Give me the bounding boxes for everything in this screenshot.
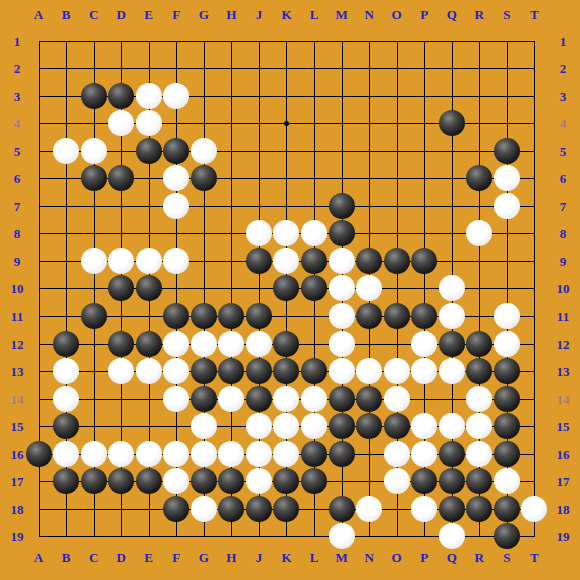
col-label-top-B: B bbox=[62, 8, 71, 21]
stone-white-P18[interactable] bbox=[411, 496, 437, 522]
col-label-bottom-J: J bbox=[256, 551, 263, 564]
row-label-left-15: 15 bbox=[11, 420, 24, 433]
stone-black-K10[interactable] bbox=[273, 275, 299, 301]
stone-black-B17[interactable] bbox=[53, 468, 79, 494]
stone-black-R6[interactable] bbox=[466, 165, 492, 191]
stone-black-K18[interactable] bbox=[273, 496, 299, 522]
row-label-right-3: 3 bbox=[560, 89, 567, 102]
stone-black-L9[interactable] bbox=[301, 248, 327, 274]
col-label-top-Q: Q bbox=[447, 8, 457, 21]
stone-black-L17[interactable] bbox=[301, 468, 327, 494]
col-label-bottom-D: D bbox=[116, 551, 125, 564]
stone-black-C11[interactable] bbox=[81, 303, 107, 329]
row-label-right-2: 2 bbox=[560, 62, 567, 75]
stone-black-H17[interactable] bbox=[218, 468, 244, 494]
stone-black-J9[interactable] bbox=[246, 248, 272, 274]
stone-white-B5[interactable] bbox=[53, 138, 79, 164]
stone-black-D10[interactable] bbox=[108, 275, 134, 301]
col-label-top-P: P bbox=[420, 8, 428, 21]
stone-white-O17[interactable] bbox=[384, 468, 410, 494]
stone-black-J18[interactable] bbox=[246, 496, 272, 522]
stone-black-M7[interactable] bbox=[329, 193, 355, 219]
row-label-left-3: 3 bbox=[14, 89, 21, 102]
stone-white-F7[interactable] bbox=[163, 193, 189, 219]
stone-black-G17[interactable] bbox=[191, 468, 217, 494]
stone-black-K12[interactable] bbox=[273, 331, 299, 357]
col-label-bottom-L: L bbox=[310, 551, 319, 564]
stone-black-E5[interactable] bbox=[136, 138, 162, 164]
col-label-bottom-M: M bbox=[335, 551, 347, 564]
stone-black-N11[interactable] bbox=[356, 303, 382, 329]
stone-black-M18[interactable] bbox=[329, 496, 355, 522]
stone-white-H12[interactable] bbox=[218, 331, 244, 357]
stone-black-H18[interactable] bbox=[218, 496, 244, 522]
stone-white-P15[interactable] bbox=[411, 413, 437, 439]
stone-white-D16[interactable] bbox=[108, 441, 134, 467]
stone-black-J14[interactable] bbox=[246, 386, 272, 412]
star-point-K4 bbox=[284, 121, 289, 126]
stone-black-D12[interactable] bbox=[108, 331, 134, 357]
stone-white-G18[interactable] bbox=[191, 496, 217, 522]
stone-black-S18[interactable] bbox=[494, 496, 520, 522]
row-label-left-5: 5 bbox=[14, 144, 21, 157]
stone-white-L14[interactable] bbox=[301, 386, 327, 412]
stone-black-B12[interactable] bbox=[53, 331, 79, 357]
col-label-bottom-H: H bbox=[226, 551, 236, 564]
row-label-left-6: 6 bbox=[14, 172, 21, 185]
stone-black-G6[interactable] bbox=[191, 165, 217, 191]
col-label-bottom-T: T bbox=[530, 551, 539, 564]
col-label-top-M: M bbox=[335, 8, 347, 21]
row-label-right-8: 8 bbox=[560, 227, 567, 240]
stone-black-O15[interactable] bbox=[384, 413, 410, 439]
stone-white-L15[interactable] bbox=[301, 413, 327, 439]
stone-white-K16[interactable] bbox=[273, 441, 299, 467]
col-label-bottom-B: B bbox=[62, 551, 71, 564]
row-label-left-16: 16 bbox=[11, 447, 24, 460]
stone-black-L13[interactable] bbox=[301, 358, 327, 384]
stone-black-C3[interactable] bbox=[81, 83, 107, 109]
col-label-top-G: G bbox=[199, 8, 209, 21]
stone-white-S7[interactable] bbox=[494, 193, 520, 219]
stone-black-P9[interactable] bbox=[411, 248, 437, 274]
col-label-bottom-C: C bbox=[89, 551, 98, 564]
col-label-bottom-O: O bbox=[392, 551, 402, 564]
row-label-right-7: 7 bbox=[560, 199, 567, 212]
col-label-bottom-F: F bbox=[172, 551, 180, 564]
row-label-left-9: 9 bbox=[14, 254, 21, 267]
stone-black-C6[interactable] bbox=[81, 165, 107, 191]
stone-white-D13[interactable] bbox=[108, 358, 134, 384]
stone-black-S15[interactable] bbox=[494, 413, 520, 439]
col-label-bottom-K: K bbox=[281, 551, 291, 564]
stone-black-P11[interactable] bbox=[411, 303, 437, 329]
stone-white-P12[interactable] bbox=[411, 331, 437, 357]
stone-white-F16[interactable] bbox=[163, 441, 189, 467]
stone-white-T18[interactable] bbox=[521, 496, 547, 522]
stone-white-B13[interactable] bbox=[53, 358, 79, 384]
row-label-left-14: 14 bbox=[11, 392, 24, 405]
stone-white-F9[interactable] bbox=[163, 248, 189, 274]
stone-white-G12[interactable] bbox=[191, 331, 217, 357]
stone-black-F11[interactable] bbox=[163, 303, 189, 329]
stone-black-F5[interactable] bbox=[163, 138, 189, 164]
stone-black-A16[interactable] bbox=[26, 441, 52, 467]
stone-black-C17[interactable] bbox=[81, 468, 107, 494]
stone-white-M13[interactable] bbox=[329, 358, 355, 384]
stone-white-F13[interactable] bbox=[163, 358, 189, 384]
row-label-right-12: 12 bbox=[557, 337, 570, 350]
stone-black-Q12[interactable] bbox=[439, 331, 465, 357]
row-label-right-4: 4 bbox=[560, 117, 567, 130]
stone-white-L8[interactable] bbox=[301, 220, 327, 246]
col-label-top-D: D bbox=[116, 8, 125, 21]
col-label-top-O: O bbox=[392, 8, 402, 21]
col-label-top-F: F bbox=[172, 8, 180, 21]
stone-white-K9[interactable] bbox=[273, 248, 299, 274]
col-label-bottom-E: E bbox=[144, 551, 153, 564]
stone-white-J12[interactable] bbox=[246, 331, 272, 357]
row-label-right-9: 9 bbox=[560, 254, 567, 267]
col-label-top-N: N bbox=[364, 8, 373, 21]
col-label-top-C: C bbox=[89, 8, 98, 21]
stone-black-L10[interactable] bbox=[301, 275, 327, 301]
stone-black-H11[interactable] bbox=[218, 303, 244, 329]
row-label-left-8: 8 bbox=[14, 227, 21, 240]
row-label-right-11: 11 bbox=[557, 310, 569, 323]
row-label-left-17: 17 bbox=[11, 475, 24, 488]
stone-black-O11[interactable] bbox=[384, 303, 410, 329]
col-label-bottom-R: R bbox=[475, 551, 484, 564]
row-label-left-18: 18 bbox=[11, 502, 24, 515]
col-label-bottom-Q: Q bbox=[447, 551, 457, 564]
stone-white-C16[interactable] bbox=[81, 441, 107, 467]
col-label-bottom-S: S bbox=[503, 551, 510, 564]
stone-white-E13[interactable] bbox=[136, 358, 162, 384]
stone-white-R14[interactable] bbox=[466, 386, 492, 412]
col-label-top-K: K bbox=[281, 8, 291, 21]
stone-white-F6[interactable] bbox=[163, 165, 189, 191]
stone-white-S12[interactable] bbox=[494, 331, 520, 357]
col-label-top-J: J bbox=[256, 8, 263, 21]
row-label-right-14: 14 bbox=[557, 392, 570, 405]
stone-white-M11[interactable] bbox=[329, 303, 355, 329]
stone-black-N9[interactable] bbox=[356, 248, 382, 274]
stone-white-M10[interactable] bbox=[329, 275, 355, 301]
stone-black-R12[interactable] bbox=[466, 331, 492, 357]
stone-black-P17[interactable] bbox=[411, 468, 437, 494]
row-label-right-1: 1 bbox=[560, 34, 567, 47]
stone-white-H14[interactable] bbox=[218, 386, 244, 412]
stone-white-J15[interactable] bbox=[246, 413, 272, 439]
stone-white-G15[interactable] bbox=[191, 413, 217, 439]
stone-black-E12[interactable] bbox=[136, 331, 162, 357]
stone-white-J16[interactable] bbox=[246, 441, 272, 467]
stone-white-G5[interactable] bbox=[191, 138, 217, 164]
stone-white-G16[interactable] bbox=[191, 441, 217, 467]
stone-white-P13[interactable] bbox=[411, 358, 437, 384]
row-label-right-10: 10 bbox=[557, 282, 570, 295]
stone-black-S16[interactable] bbox=[494, 441, 520, 467]
row-label-right-5: 5 bbox=[560, 144, 567, 157]
stone-white-P16[interactable] bbox=[411, 441, 437, 467]
row-label-right-19: 19 bbox=[557, 530, 570, 543]
stone-white-R16[interactable] bbox=[466, 441, 492, 467]
col-label-top-S: S bbox=[503, 8, 510, 21]
row-label-left-4: 4 bbox=[14, 117, 21, 130]
stone-white-B16[interactable] bbox=[53, 441, 79, 467]
stone-black-E17[interactable] bbox=[136, 468, 162, 494]
stone-black-E10[interactable] bbox=[136, 275, 162, 301]
stone-black-M15[interactable] bbox=[329, 413, 355, 439]
stone-black-N14[interactable] bbox=[356, 386, 382, 412]
row-label-right-17: 17 bbox=[557, 475, 570, 488]
stone-black-S14[interactable] bbox=[494, 386, 520, 412]
row-label-right-13: 13 bbox=[557, 365, 570, 378]
row-label-left-10: 10 bbox=[11, 282, 24, 295]
stone-white-S11[interactable] bbox=[494, 303, 520, 329]
col-label-top-A: A bbox=[34, 8, 43, 21]
stone-white-F17[interactable] bbox=[163, 468, 189, 494]
stone-white-E16[interactable] bbox=[136, 441, 162, 467]
stone-white-Q10[interactable] bbox=[439, 275, 465, 301]
stone-black-D6[interactable] bbox=[108, 165, 134, 191]
stone-black-D3[interactable] bbox=[108, 83, 134, 109]
stone-white-D9[interactable] bbox=[108, 248, 134, 274]
stone-white-S6[interactable] bbox=[494, 165, 520, 191]
row-label-left-11: 11 bbox=[11, 310, 23, 323]
stone-black-K13[interactable] bbox=[273, 358, 299, 384]
stone-white-E9[interactable] bbox=[136, 248, 162, 274]
row-label-left-13: 13 bbox=[11, 365, 24, 378]
stone-white-N13[interactable] bbox=[356, 358, 382, 384]
stone-white-K8[interactable] bbox=[273, 220, 299, 246]
stone-black-S5[interactable] bbox=[494, 138, 520, 164]
stone-white-O14[interactable] bbox=[384, 386, 410, 412]
stone-black-K17[interactable] bbox=[273, 468, 299, 494]
stone-black-Q16[interactable] bbox=[439, 441, 465, 467]
col-label-top-H: H bbox=[226, 8, 236, 21]
stone-white-F14[interactable] bbox=[163, 386, 189, 412]
stone-white-J8[interactable] bbox=[246, 220, 272, 246]
stone-black-N15[interactable] bbox=[356, 413, 382, 439]
stone-white-R15[interactable] bbox=[466, 413, 492, 439]
col-label-top-R: R bbox=[475, 8, 484, 21]
stone-white-N18[interactable] bbox=[356, 496, 382, 522]
stone-white-C5[interactable] bbox=[81, 138, 107, 164]
row-label-right-15: 15 bbox=[557, 420, 570, 433]
stone-black-Q17[interactable] bbox=[439, 468, 465, 494]
grid-line-vertical bbox=[534, 41, 535, 538]
stone-white-F3[interactable] bbox=[163, 83, 189, 109]
stone-black-G11[interactable] bbox=[191, 303, 217, 329]
col-label-bottom-N: N bbox=[364, 551, 373, 564]
stone-black-M16[interactable] bbox=[329, 441, 355, 467]
col-label-bottom-P: P bbox=[420, 551, 428, 564]
stone-black-D17[interactable] bbox=[108, 468, 134, 494]
stone-white-E4[interactable] bbox=[136, 110, 162, 136]
stone-white-D4[interactable] bbox=[108, 110, 134, 136]
stone-black-O9[interactable] bbox=[384, 248, 410, 274]
stone-black-M8[interactable] bbox=[329, 220, 355, 246]
row-label-right-16: 16 bbox=[557, 447, 570, 460]
col-label-top-T: T bbox=[530, 8, 539, 21]
col-label-top-E: E bbox=[144, 8, 153, 21]
row-label-left-7: 7 bbox=[14, 199, 21, 212]
stone-white-M9[interactable] bbox=[329, 248, 355, 274]
stone-black-S19[interactable] bbox=[494, 523, 520, 549]
stone-black-F18[interactable] bbox=[163, 496, 189, 522]
stone-white-Q19[interactable] bbox=[439, 523, 465, 549]
stone-white-R8[interactable] bbox=[466, 220, 492, 246]
row-label-right-6: 6 bbox=[560, 172, 567, 185]
stone-black-B15[interactable] bbox=[53, 413, 79, 439]
stone-black-R18[interactable] bbox=[466, 496, 492, 522]
stone-white-F12[interactable] bbox=[163, 331, 189, 357]
row-label-left-2: 2 bbox=[14, 62, 21, 75]
stone-white-M12[interactable] bbox=[329, 331, 355, 357]
stone-white-E3[interactable] bbox=[136, 83, 162, 109]
stone-white-O16[interactable] bbox=[384, 441, 410, 467]
stone-white-N10[interactable] bbox=[356, 275, 382, 301]
col-label-bottom-G: G bbox=[199, 551, 209, 564]
stone-white-Q15[interactable] bbox=[439, 413, 465, 439]
stone-black-G14[interactable] bbox=[191, 386, 217, 412]
stone-white-Q13[interactable] bbox=[439, 358, 465, 384]
stone-white-K14[interactable] bbox=[273, 386, 299, 412]
stone-white-S17[interactable] bbox=[494, 468, 520, 494]
stone-black-R13[interactable] bbox=[466, 358, 492, 384]
stone-white-O13[interactable] bbox=[384, 358, 410, 384]
row-label-left-19: 19 bbox=[11, 530, 24, 543]
col-label-top-L: L bbox=[310, 8, 319, 21]
row-label-left-1: 1 bbox=[14, 34, 21, 47]
stone-black-S13[interactable] bbox=[494, 358, 520, 384]
stone-black-R17[interactable] bbox=[466, 468, 492, 494]
stone-white-C9[interactable] bbox=[81, 248, 107, 274]
stone-white-Q11[interactable] bbox=[439, 303, 465, 329]
go-board[interactable]: AABBCCDDEEFFGGHHJJKKLLMMNNOOPPQQRRSSTT11… bbox=[0, 0, 580, 580]
stone-black-J13[interactable] bbox=[246, 358, 272, 384]
row-label-right-18: 18 bbox=[557, 502, 570, 515]
stone-black-M14[interactable] bbox=[329, 386, 355, 412]
stone-black-Q4[interactable] bbox=[439, 110, 465, 136]
stone-black-G13[interactable] bbox=[191, 358, 217, 384]
stone-black-L16[interactable] bbox=[301, 441, 327, 467]
stone-white-M19[interactable] bbox=[329, 523, 355, 549]
stone-white-H16[interactable] bbox=[218, 441, 244, 467]
col-label-bottom-A: A bbox=[34, 551, 43, 564]
stone-white-J17[interactable] bbox=[246, 468, 272, 494]
stone-white-B14[interactable] bbox=[53, 386, 79, 412]
stone-black-J11[interactable] bbox=[246, 303, 272, 329]
row-label-left-12: 12 bbox=[11, 337, 24, 350]
stone-white-K15[interactable] bbox=[273, 413, 299, 439]
stone-black-Q18[interactable] bbox=[439, 496, 465, 522]
stone-black-H13[interactable] bbox=[218, 358, 244, 384]
